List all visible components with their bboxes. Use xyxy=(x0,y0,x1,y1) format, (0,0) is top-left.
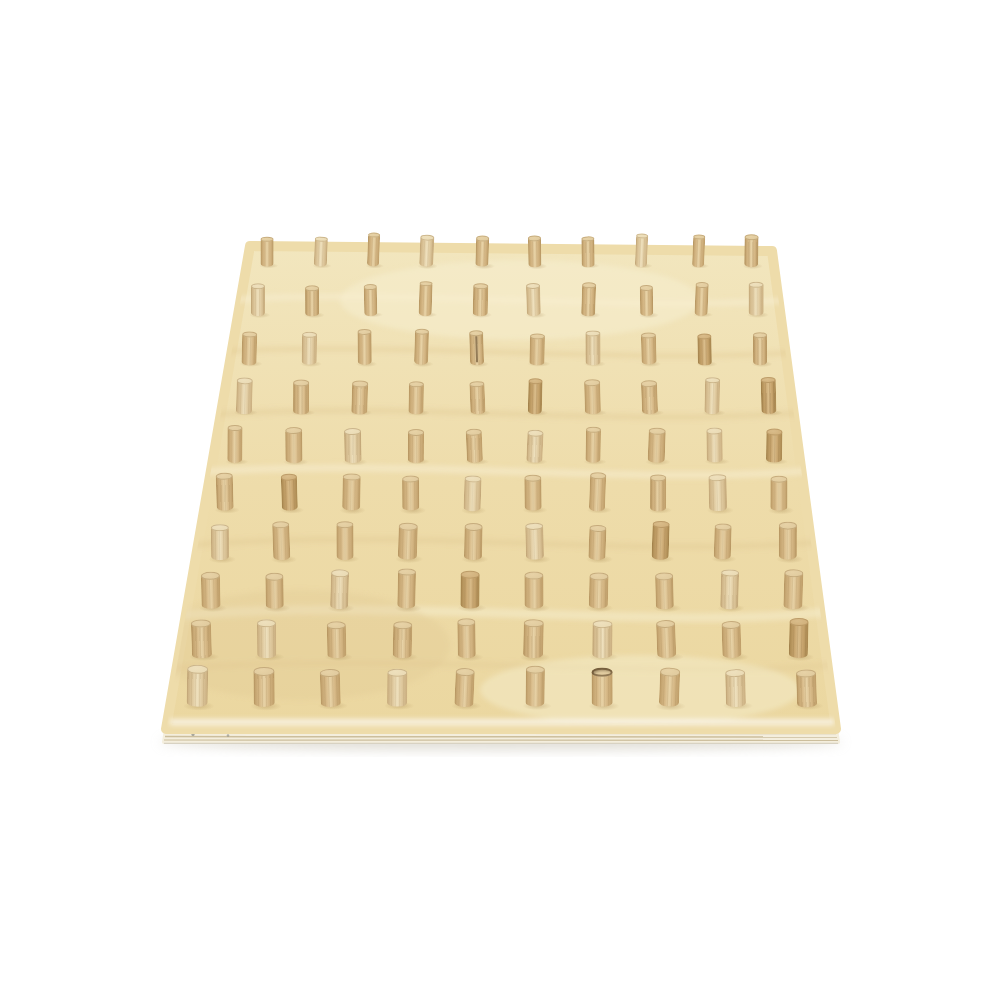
peg-top xyxy=(592,668,613,677)
peg-top xyxy=(705,377,720,384)
peg-r1c9[interactable] xyxy=(692,234,705,267)
peg-top xyxy=(649,427,666,435)
peg-cylinder xyxy=(748,285,763,316)
peg-cylinder xyxy=(525,527,544,561)
peg-r2c6[interactable] xyxy=(526,283,541,316)
peg-cylinder xyxy=(455,672,476,708)
peg-cylinder xyxy=(211,528,229,560)
peg-top xyxy=(302,331,317,337)
peg-cylinder xyxy=(257,623,277,658)
peg-r6c9[interactable] xyxy=(709,474,727,511)
peg-cylinder xyxy=(796,673,817,707)
peg-cylinder xyxy=(227,428,243,463)
peg-r10c2[interactable] xyxy=(253,667,274,707)
peg-cylinder xyxy=(529,336,545,365)
peg-r3c9[interactable] xyxy=(697,333,712,365)
peg-r10c1[interactable] xyxy=(186,665,208,708)
peg-top xyxy=(253,667,274,676)
peg-cylinder xyxy=(419,237,434,267)
peg-cylinder xyxy=(469,333,484,365)
peg-r10c8[interactable] xyxy=(659,667,681,707)
peg-cylinder xyxy=(466,431,483,463)
peg-r4c10[interactable] xyxy=(761,377,777,414)
peg-cylinder xyxy=(301,335,316,365)
peg-r2c2[interactable] xyxy=(305,285,319,316)
peg-cylinder xyxy=(261,239,274,267)
peg-top xyxy=(660,667,681,676)
peg-top xyxy=(465,523,483,531)
peg-cylinder xyxy=(281,477,298,511)
peg-cylinder xyxy=(709,478,727,512)
peg-cylinder xyxy=(342,478,360,512)
peg-r8c2[interactable] xyxy=(265,573,284,609)
peg-cylinder xyxy=(722,625,742,659)
peg-r3c7[interactable] xyxy=(585,330,600,365)
peg-cylinder xyxy=(357,332,372,365)
peg-cylinder xyxy=(251,286,265,316)
peg-r5c10[interactable] xyxy=(766,428,783,463)
peg-r3c10[interactable] xyxy=(753,332,767,365)
peg-top xyxy=(305,285,319,291)
peg-r7c4[interactable] xyxy=(398,523,418,561)
peg-cylinder xyxy=(640,288,654,316)
peg-r4c2[interactable] xyxy=(293,379,309,414)
peg-r1c6[interactable] xyxy=(528,235,542,267)
peg-cylinder xyxy=(581,285,596,316)
peg-r7c8[interactable] xyxy=(651,521,669,561)
peg-cylinder xyxy=(524,479,541,512)
peg-top xyxy=(696,282,709,288)
peg-cylinder xyxy=(582,239,595,267)
peg-r5c4[interactable] xyxy=(408,428,424,462)
peg-cylinder xyxy=(641,383,658,414)
peg-top xyxy=(744,234,758,240)
peg-r7c5[interactable] xyxy=(464,523,483,560)
peg-cylinder xyxy=(697,336,712,365)
peg-r8c10[interactable] xyxy=(783,569,804,609)
peg-r2c9[interactable] xyxy=(695,282,709,316)
peg-top xyxy=(465,428,481,435)
peg-r2c4[interactable] xyxy=(419,281,433,316)
peg-r5c3[interactable] xyxy=(344,427,361,462)
peg-cylinder xyxy=(766,431,783,462)
peg-r2c1[interactable] xyxy=(251,283,265,316)
peg-r10c4[interactable] xyxy=(388,669,408,707)
peg-cylinder xyxy=(285,430,302,463)
peg-r4c8[interactable] xyxy=(641,380,658,414)
peg-cylinder xyxy=(409,384,425,414)
peg-cylinder xyxy=(788,622,807,659)
peg-r6c5[interactable] xyxy=(463,476,481,512)
peg-r3c1[interactable] xyxy=(241,331,257,365)
peg-top xyxy=(650,475,666,482)
peg-top xyxy=(236,377,252,384)
peg-cylinder xyxy=(651,525,669,561)
peg-top xyxy=(585,330,600,336)
peg-r3c4[interactable] xyxy=(414,328,429,365)
peg-top xyxy=(242,331,257,338)
peg-top xyxy=(641,380,657,387)
peg-cylinder xyxy=(398,572,416,609)
peg-r5c5[interactable] xyxy=(465,428,482,463)
peg-cylinder xyxy=(713,527,731,560)
peg-r9c7[interactable] xyxy=(592,620,612,658)
peg-r8c4[interactable] xyxy=(398,569,417,610)
peg-cylinder xyxy=(253,671,274,707)
peg-cylinder xyxy=(367,235,380,267)
peg-top xyxy=(589,573,608,581)
peg-r2c10[interactable] xyxy=(748,282,763,316)
peg-r8c1[interactable] xyxy=(201,572,221,610)
peg-cylinder xyxy=(650,478,666,511)
peg-r5c1[interactable] xyxy=(227,425,243,463)
peg-cylinder xyxy=(293,382,309,413)
peg-r3c2[interactable] xyxy=(301,331,316,364)
peg-r10c7[interactable] xyxy=(592,668,613,707)
peg-r7c1[interactable] xyxy=(211,524,229,560)
peg-cylinder xyxy=(692,237,705,268)
peg-top xyxy=(527,429,543,436)
peg-top xyxy=(753,332,767,338)
peg-r6c8[interactable] xyxy=(650,475,666,512)
peg-cylinder xyxy=(526,286,541,316)
peg-r1c5[interactable] xyxy=(476,235,490,267)
peg-cylinder xyxy=(398,527,418,561)
peg-r6c3[interactable] xyxy=(342,474,360,512)
peg-r5c7[interactable] xyxy=(585,426,601,462)
peg-cylinder xyxy=(236,380,253,414)
peg-cylinder xyxy=(526,670,546,708)
peg-top xyxy=(640,332,655,339)
peg-cylinder xyxy=(589,529,608,561)
peg-cylinder xyxy=(592,672,613,707)
peg-top xyxy=(420,234,434,240)
peg-r3c5[interactable] xyxy=(469,330,484,365)
peg-cylinder xyxy=(524,576,543,610)
peg-r6c7[interactable] xyxy=(589,472,607,511)
peg-r1c7[interactable] xyxy=(582,236,595,267)
peg-cylinder xyxy=(707,431,724,463)
peg-r7c9[interactable] xyxy=(713,524,731,561)
peg-r9c2[interactable] xyxy=(257,619,277,658)
peg-cylinder xyxy=(695,284,709,316)
peg-cylinder xyxy=(463,479,481,512)
peg-cylinder xyxy=(528,381,543,414)
peg-cylinder xyxy=(588,576,607,609)
peg-cylinder xyxy=(351,383,367,414)
peg-cylinder xyxy=(744,237,758,267)
peg-top xyxy=(344,427,361,434)
peg-top xyxy=(748,282,763,288)
peg-r9c10[interactable] xyxy=(788,618,807,658)
peg-r10c3[interactable] xyxy=(319,669,340,708)
peg-top xyxy=(529,378,544,384)
peg-r7c2[interactable] xyxy=(273,521,292,560)
peg-r1c4[interactable] xyxy=(419,234,434,267)
peg-top xyxy=(393,621,412,629)
peg-r6c10[interactable] xyxy=(771,476,788,511)
peg-cylinder xyxy=(419,284,433,317)
peg-top xyxy=(584,379,600,386)
peg-r3c8[interactable] xyxy=(640,332,655,365)
peg-r8c9[interactable] xyxy=(720,569,739,609)
peg-top xyxy=(582,282,596,288)
peg-grid xyxy=(0,0,1000,1000)
peg-r3c3[interactable] xyxy=(357,329,372,365)
peg-top xyxy=(469,381,484,388)
peg-top xyxy=(415,328,429,334)
peg-r4c4[interactable] xyxy=(409,381,425,414)
peg-cylinder xyxy=(458,622,477,658)
peg-r5c8[interactable] xyxy=(648,427,666,463)
peg-r6c2[interactable] xyxy=(281,474,298,512)
peg-top xyxy=(363,284,376,290)
peg-cylinder xyxy=(528,238,542,267)
peg-cylinder xyxy=(330,573,349,609)
peg-cylinder xyxy=(319,673,340,707)
peg-r1c1[interactable] xyxy=(261,237,274,267)
peg-r9c5[interactable] xyxy=(457,618,476,658)
peg-r9c4[interactable] xyxy=(393,621,412,658)
peg-r1c8[interactable] xyxy=(635,233,649,267)
peg-cylinder xyxy=(753,335,767,365)
peg-cylinder xyxy=(461,575,481,609)
peg-cylinder xyxy=(408,432,424,463)
peg-cylinder xyxy=(635,236,649,267)
peg-r8c7[interactable] xyxy=(588,573,607,610)
peg-r6c4[interactable] xyxy=(402,476,420,512)
peg-cylinder xyxy=(464,527,483,561)
peg-top xyxy=(640,285,654,291)
pegboard-photo xyxy=(0,0,1000,1000)
peg-cylinder xyxy=(779,526,797,561)
peg-r9c6[interactable] xyxy=(523,619,544,658)
peg-top xyxy=(187,665,208,674)
peg-cylinder xyxy=(364,287,378,316)
peg-top xyxy=(285,427,302,434)
peg-r9c9[interactable] xyxy=(722,621,742,659)
peg-r5c2[interactable] xyxy=(285,427,302,463)
peg-r8c5[interactable] xyxy=(461,571,481,609)
peg-cylinder xyxy=(585,429,601,462)
peg-cylinder xyxy=(655,576,674,609)
peg-top xyxy=(293,379,309,386)
peg-cylinder xyxy=(402,480,420,512)
peg-top xyxy=(693,234,705,240)
peg-cylinder xyxy=(191,623,212,658)
peg-r4c7[interactable] xyxy=(584,379,601,414)
peg-cylinder xyxy=(305,288,319,316)
peg-cylinder xyxy=(216,476,234,511)
peg-top xyxy=(586,426,601,433)
peg-top xyxy=(251,283,265,289)
peg-top xyxy=(697,333,711,339)
peg-cylinder xyxy=(584,382,601,414)
peg-cylinder xyxy=(656,624,677,659)
peg-top xyxy=(789,618,808,626)
peg-r10c9[interactable] xyxy=(725,669,746,707)
peg-cylinder xyxy=(344,431,361,463)
peg-r8c6[interactable] xyxy=(524,572,543,609)
peg-r9c1[interactable] xyxy=(191,619,212,658)
peg-cylinder xyxy=(469,384,485,414)
peg-r5c6[interactable] xyxy=(526,429,543,463)
peg-cylinder xyxy=(393,625,412,658)
peg-top xyxy=(227,425,242,432)
peg-cylinder xyxy=(771,480,788,512)
peg-cylinder xyxy=(640,335,655,365)
peg-top xyxy=(473,283,488,289)
peg-cylinder xyxy=(326,625,346,658)
peg-r8c8[interactable] xyxy=(655,572,674,609)
peg-cylinder xyxy=(659,672,681,708)
peg-cylinder xyxy=(720,573,739,609)
peg-top xyxy=(706,427,723,434)
peg-r7c7[interactable] xyxy=(589,525,608,561)
peg-r4c9[interactable] xyxy=(704,377,720,414)
peg-r2c8[interactable] xyxy=(640,285,654,316)
peg-r4c3[interactable] xyxy=(351,380,368,414)
peg-cylinder xyxy=(585,333,600,364)
peg-r4c5[interactable] xyxy=(469,381,485,414)
peg-r4c6[interactable] xyxy=(528,378,543,414)
peg-cylinder xyxy=(414,331,429,365)
peg-r1c10[interactable] xyxy=(744,234,758,267)
peg-top xyxy=(767,428,783,435)
peg-r2c5[interactable] xyxy=(472,283,487,316)
peg-cylinder xyxy=(725,673,746,707)
peg-cylinder xyxy=(265,577,284,610)
peg-cylinder xyxy=(273,525,291,561)
peg-r1c3[interactable] xyxy=(367,232,381,267)
peg-top xyxy=(352,380,368,387)
peg-r1c2[interactable] xyxy=(314,236,328,267)
peg-cylinder xyxy=(648,431,666,463)
peg-r7c3[interactable] xyxy=(336,521,353,560)
peg-r4c1[interactable] xyxy=(236,377,253,414)
peg-r10c6[interactable] xyxy=(526,666,546,708)
peg-r3c6[interactable] xyxy=(529,333,545,365)
peg-r2c3[interactable] xyxy=(363,284,377,316)
peg-r10c5[interactable] xyxy=(455,668,476,708)
peg-cylinder xyxy=(592,624,612,658)
peg-cylinder xyxy=(526,432,543,463)
peg-cylinder xyxy=(523,623,544,658)
peg-r10c10[interactable] xyxy=(795,669,816,707)
peg-cylinder xyxy=(476,238,490,267)
peg-r8c3[interactable] xyxy=(330,569,349,609)
peg-cylinder xyxy=(241,334,257,365)
peg-cylinder xyxy=(704,380,720,414)
peg-top xyxy=(331,569,349,577)
peg-r7c6[interactable] xyxy=(525,523,544,561)
peg-top xyxy=(469,330,483,336)
peg-cylinder xyxy=(783,573,803,609)
peg-r2c7[interactable] xyxy=(581,282,596,316)
peg-cylinder xyxy=(761,380,777,414)
peg-cylinder xyxy=(201,576,220,610)
peg-cylinder xyxy=(472,286,487,316)
peg-cylinder xyxy=(589,476,607,512)
peg-top xyxy=(357,329,371,335)
peg-cylinder xyxy=(314,239,328,267)
peg-top xyxy=(528,235,541,241)
peg-r9c8[interactable] xyxy=(656,620,677,659)
peg-r6c6[interactable] xyxy=(524,475,541,511)
peg-r5c9[interactable] xyxy=(706,427,723,463)
peg-top xyxy=(408,428,424,435)
peg-cylinder xyxy=(336,525,353,560)
peg-r6c1[interactable] xyxy=(216,473,234,512)
peg-r9c3[interactable] xyxy=(326,621,346,658)
peg-cylinder xyxy=(186,669,208,707)
peg-r7c10[interactable] xyxy=(779,522,797,560)
peg-cylinder xyxy=(388,673,408,707)
